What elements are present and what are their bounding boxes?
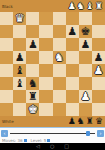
square-e8[interactable] (53, 12, 66, 25)
back-icon[interactable]: ◁ (36, 143, 40, 150)
captured-black-queen-icon: ♛ (95, 117, 103, 126)
square-b3[interactable]: ♝ (13, 77, 26, 90)
square-e3[interactable] (53, 77, 66, 90)
status-chip-icon[interactable] (24, 139, 27, 142)
square-a1[interactable] (0, 103, 13, 116)
piece-black-pawn[interactable]: ♟ (94, 52, 104, 63)
square-c8[interactable] (26, 12, 39, 25)
piece-black-bishop[interactable]: ♝ (15, 65, 25, 76)
square-d6[interactable] (39, 38, 52, 51)
square-f1[interactable] (66, 103, 79, 116)
square-f8[interactable] (66, 12, 79, 25)
piece-white-knight[interactable]: ♞ (54, 52, 64, 63)
square-g6[interactable]: ♟ (79, 38, 92, 51)
piece-black-pawn[interactable]: ♟ (80, 39, 90, 50)
opponent-bar: Black ♟♞♝♜ (0, 0, 105, 12)
square-d8[interactable] (39, 12, 52, 25)
square-e5[interactable]: ♞ (53, 51, 66, 64)
recents-icon[interactable]: □ (64, 143, 69, 150)
square-h2[interactable] (92, 90, 105, 103)
player-bar: White ♟♞♜♛ (0, 116, 105, 127)
square-d5[interactable] (39, 51, 52, 64)
replay-controls: ‹ › Moves: 36 Level: 5 (0, 127, 105, 143)
square-c6[interactable]: ♟ (26, 38, 39, 51)
move-seekbar-track[interactable] (10, 133, 95, 134)
square-e2[interactable] (53, 90, 66, 103)
square-a5[interactable] (0, 51, 13, 64)
captured-white-bishop-icon: ♝ (86, 2, 94, 11)
captured-black-pawn-icon: ♟ (68, 117, 76, 126)
player-name: White (2, 119, 14, 124)
square-d7[interactable] (39, 25, 52, 38)
square-h1[interactable] (92, 103, 105, 116)
seek-prev-button[interactable]: ‹ (1, 130, 8, 137)
opponent-name: Black (2, 4, 13, 9)
captured-black-knight-icon: ♞ (77, 117, 85, 126)
square-b4[interactable]: ♝ (13, 64, 26, 77)
captured-black-rook-icon: ♜ (86, 117, 94, 126)
square-g1[interactable] (79, 103, 92, 116)
piece-black-rook[interactable]: ♜ (28, 91, 38, 102)
piece-black-pawn[interactable]: ♟ (28, 39, 38, 50)
status-chip-icon[interactable] (47, 139, 50, 142)
captured-white-knight-icon: ♞ (77, 2, 85, 11)
square-f3[interactable] (66, 77, 79, 90)
square-h4[interactable]: ♟ (92, 64, 105, 77)
square-g3[interactable] (79, 77, 92, 90)
square-a8[interactable] (0, 12, 13, 25)
seek-next-button[interactable]: › (97, 130, 104, 137)
piece-black-bishop[interactable]: ♝ (15, 78, 25, 89)
status-item-1: Moves: 36 (2, 138, 27, 143)
square-c5[interactable] (26, 51, 39, 64)
captured-white-tray: ♟♞♝♜ (68, 2, 103, 11)
square-g2[interactable]: ♟ (79, 90, 92, 103)
square-a6[interactable] (0, 38, 13, 51)
square-b2[interactable] (13, 90, 26, 103)
piece-white-king[interactable]: ♚ (28, 104, 38, 115)
square-f6[interactable] (66, 38, 79, 51)
square-a2[interactable] (0, 90, 13, 103)
status-line: Moves: 36 Level: 5 (2, 138, 50, 143)
piece-black-pawn[interactable]: ♟ (15, 52, 25, 63)
square-g5[interactable] (79, 51, 92, 64)
square-g4[interactable] (79, 64, 92, 77)
square-c1[interactable]: ♚ (26, 103, 39, 116)
captured-black-tray: ♟♞♜♛ (68, 117, 103, 126)
square-f4[interactable] (66, 64, 79, 77)
square-b7[interactable] (13, 25, 26, 38)
square-e6[interactable] (53, 38, 66, 51)
piece-black-pawn[interactable]: ♟ (67, 26, 77, 37)
chess-board[interactable]: ♛♟♚♟♟♟♞♟♝♟♝♞♜♟♚ (0, 12, 105, 116)
move-seekbar-handle[interactable] (86, 131, 90, 136)
square-h3[interactable] (92, 77, 105, 90)
square-d2[interactable] (39, 90, 52, 103)
square-e7[interactable] (53, 25, 66, 38)
square-a7[interactable] (0, 25, 13, 38)
square-c4[interactable] (26, 64, 39, 77)
android-nav-bar: ◁○□ (0, 143, 105, 150)
square-e4[interactable] (53, 64, 66, 77)
square-b8[interactable]: ♛ (13, 12, 26, 25)
square-h8[interactable] (92, 12, 105, 25)
square-e1[interactable] (53, 103, 66, 116)
piece-white-pawn[interactable]: ♟ (94, 65, 104, 76)
piece-black-knight[interactable]: ♞ (28, 78, 38, 89)
square-h5[interactable]: ♟ (92, 51, 105, 64)
square-b6[interactable] (13, 38, 26, 51)
square-h7[interactable] (92, 25, 105, 38)
piece-black-king[interactable]: ♚ (80, 26, 90, 37)
square-g8[interactable] (79, 12, 92, 25)
square-a3[interactable] (0, 77, 13, 90)
piece-white-queen[interactable]: ♛ (15, 13, 25, 24)
square-c3[interactable]: ♞ (26, 77, 39, 90)
square-h6[interactable] (92, 38, 105, 51)
square-a4[interactable] (0, 64, 13, 77)
home-icon[interactable]: ○ (50, 143, 54, 150)
square-d4[interactable] (39, 64, 52, 77)
piece-white-pawn[interactable]: ♟ (80, 91, 90, 102)
square-d1[interactable] (39, 103, 52, 116)
square-f5[interactable] (66, 51, 79, 64)
captured-white-rook-icon: ♜ (95, 2, 103, 11)
square-b1[interactable] (13, 103, 26, 116)
square-b5[interactable]: ♟ (13, 51, 26, 64)
captured-white-pawn-icon: ♟ (68, 2, 76, 11)
square-f7[interactable]: ♟ (66, 25, 79, 38)
square-f2[interactable] (66, 90, 79, 103)
status-item-2: Level: 5 (31, 138, 51, 143)
square-d3[interactable] (39, 77, 52, 90)
square-c7[interactable] (26, 25, 39, 38)
square-c2[interactable]: ♜ (26, 90, 39, 103)
square-g7[interactable]: ♚ (79, 25, 92, 38)
